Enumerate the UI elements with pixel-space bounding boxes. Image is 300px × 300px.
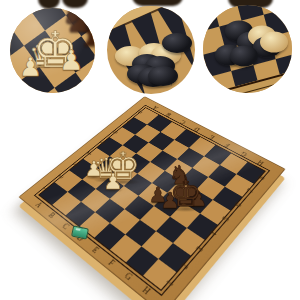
- rank-label: 6: [103, 124, 118, 133]
- rank-label: 8: [128, 105, 143, 114]
- product-photo: ♞♝♛♚♟♟ AB ABCDEFGH ABCDEFGH: [0, 0, 300, 300]
- rank-label: 4: [208, 230, 229, 245]
- rank-label: 5: [91, 134, 106, 144]
- rank-label: 3: [195, 245, 216, 261]
- rank-label: 1: [34, 179, 49, 191]
- rank-label: 4: [77, 145, 92, 155]
- rank-label: 2: [49, 167, 64, 178]
- board-scene: ABCDEFGH ABCDEFGH 87654321 87654321: [0, 0, 300, 300]
- rank-label: 5: [221, 215, 242, 229]
- chess-board: ABCDEFGH ABCDEFGH 87654321 87654321: [18, 96, 285, 300]
- rank-label: 3: [63, 156, 78, 167]
- rank-label: 1: [165, 279, 187, 297]
- chess-board-grid: [38, 107, 266, 291]
- rank-label: 2: [180, 262, 202, 279]
- rank-label: 6: [234, 201, 255, 214]
- rank-label: 8: [257, 175, 277, 187]
- rank-label: 7: [116, 114, 131, 123]
- rank-label: 7: [246, 188, 266, 201]
